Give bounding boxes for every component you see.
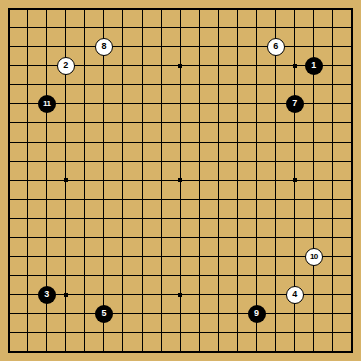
move-number: 10	[310, 253, 318, 261]
move-number: 4	[292, 290, 297, 299]
move-number: 11	[43, 100, 50, 108]
stone-black-5: 5	[95, 305, 113, 323]
go-board[interactable]: 1234567891011	[0, 0, 361, 361]
star-point	[293, 64, 297, 68]
stone-white-10: 10	[305, 248, 323, 266]
move-number: 9	[254, 309, 259, 318]
move-number: 6	[273, 42, 278, 51]
star-point	[178, 64, 182, 68]
stone-white-4: 4	[286, 286, 304, 304]
move-number: 1	[311, 61, 316, 70]
move-number: 2	[63, 61, 68, 70]
move-number: 7	[292, 99, 297, 108]
stone-black-7: 7	[286, 95, 304, 113]
stone-black-9: 9	[248, 305, 266, 323]
star-point	[178, 293, 182, 297]
star-point	[64, 293, 68, 297]
star-point	[293, 178, 297, 182]
stone-white-6: 6	[267, 38, 285, 56]
stone-black-11: 11	[38, 95, 56, 113]
star-point	[64, 178, 68, 182]
stone-black-1: 1	[305, 57, 323, 75]
board-grid: 1234567891011	[0, 0, 361, 361]
stone-black-3: 3	[38, 286, 56, 304]
move-number: 3	[44, 290, 49, 299]
star-point	[178, 178, 182, 182]
move-number: 5	[101, 309, 106, 318]
stone-white-2: 2	[57, 57, 75, 75]
stone-white-8: 8	[95, 38, 113, 56]
move-number: 8	[101, 42, 106, 51]
